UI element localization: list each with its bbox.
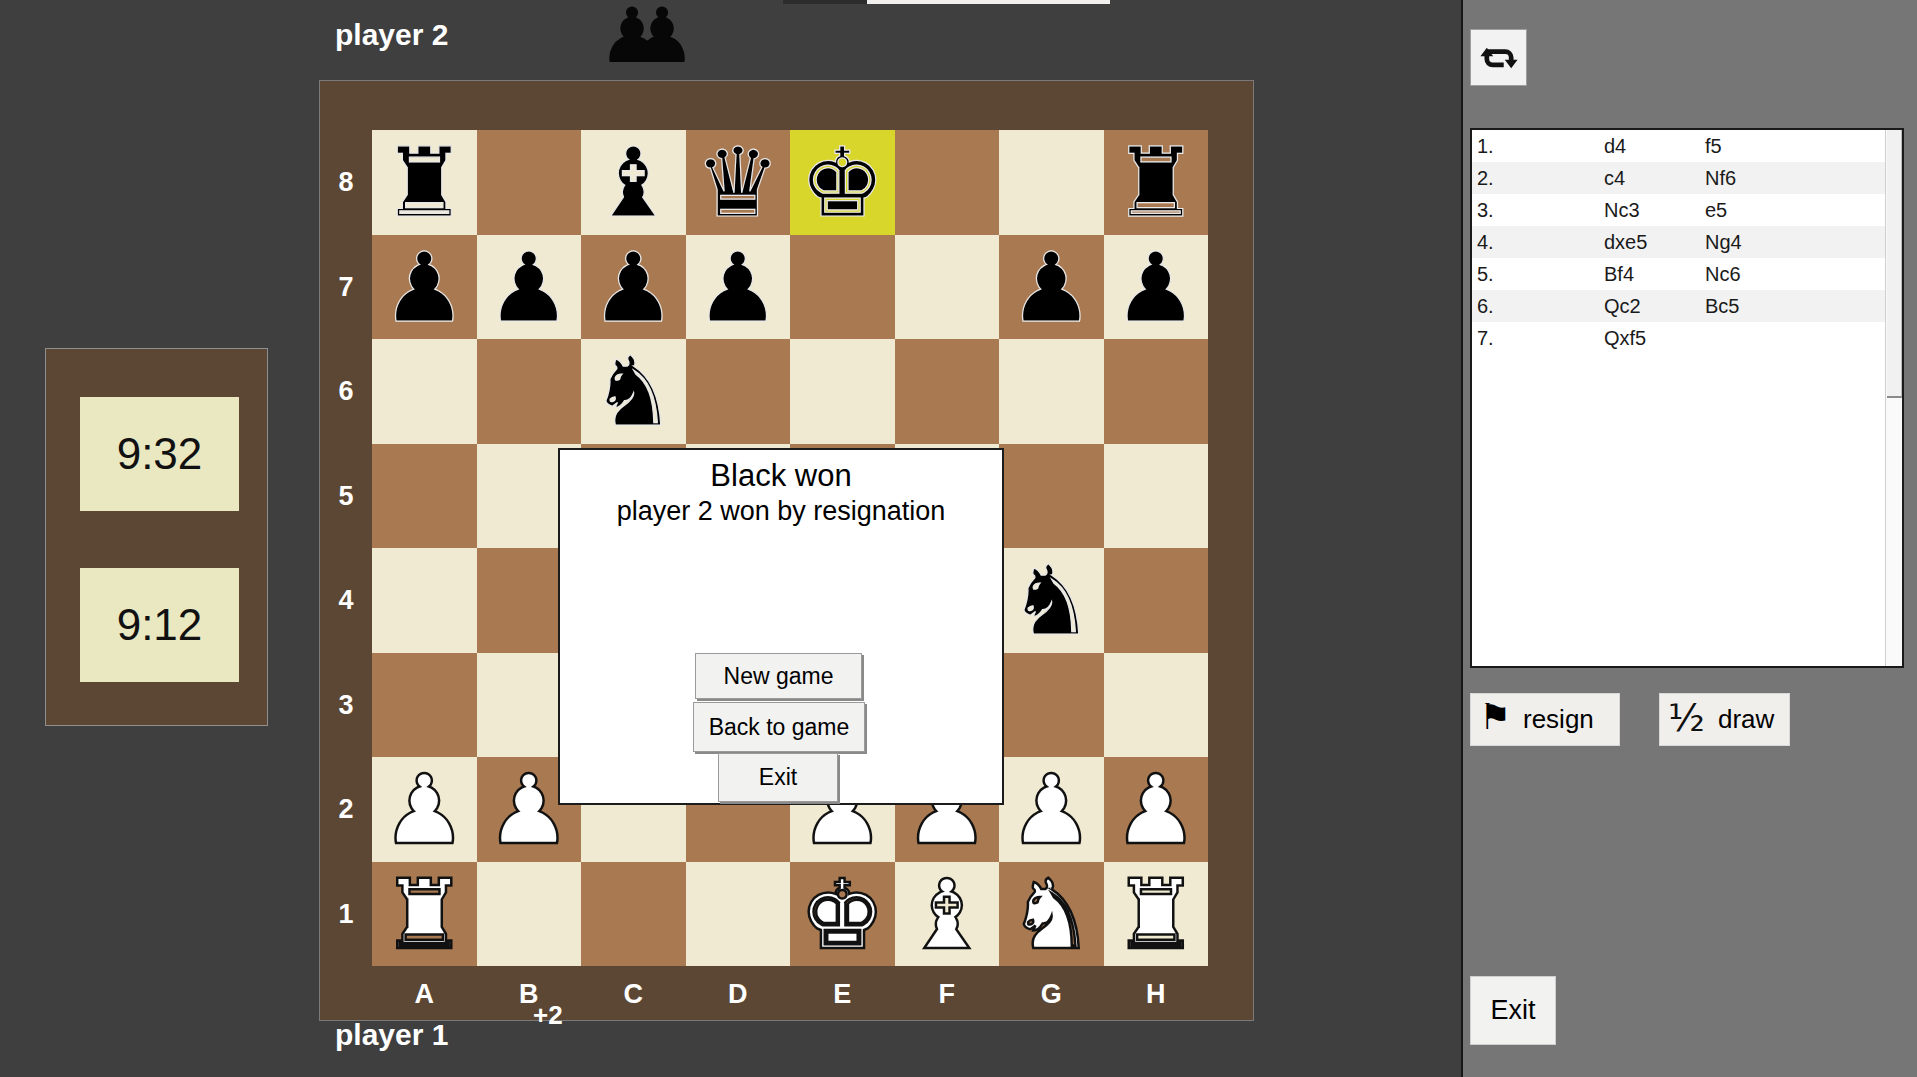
background-window-sliver-light — [867, 0, 1110, 4]
file-label-H: H — [1104, 972, 1209, 1016]
black-pawn-a7: ♟ — [372, 235, 477, 340]
black-rook-a8: ♜ — [372, 130, 477, 235]
square-h7[interactable]: ♟ — [1104, 235, 1209, 340]
square-h6[interactable] — [1104, 339, 1209, 444]
rank-label-4: 4 — [326, 548, 366, 653]
draw-button[interactable]: ½ draw — [1659, 693, 1790, 746]
background-window-sliver-dark — [783, 0, 867, 4]
square-c7[interactable]: ♟ — [581, 235, 686, 340]
white-rook-h1: ♜ — [1104, 862, 1209, 967]
square-h4[interactable] — [1104, 548, 1209, 653]
white-move: Qxf5 — [1604, 322, 1646, 354]
square-e6[interactable] — [790, 339, 895, 444]
square-g7[interactable]: ♟ — [999, 235, 1104, 340]
square-g8[interactable] — [999, 130, 1104, 235]
file-label-D: D — [686, 972, 791, 1016]
square-e7[interactable] — [790, 235, 895, 340]
half-point-icon: ½ — [1668, 696, 1705, 740]
square-a8[interactable]: ♜ — [372, 130, 477, 235]
result-title: Black won — [560, 458, 1002, 494]
rank-label-8: 8 — [326, 130, 366, 235]
black-king-e8: ♚ — [790, 130, 895, 235]
square-h5[interactable] — [1104, 444, 1209, 549]
square-f7[interactable] — [895, 235, 1000, 340]
square-d6[interactable] — [686, 339, 791, 444]
square-b7[interactable]: ♟ — [477, 235, 582, 340]
rank-label-7: 7 — [326, 235, 366, 340]
file-label-C: C — [581, 972, 686, 1016]
square-a4[interactable] — [372, 548, 477, 653]
square-d7[interactable]: ♟ — [686, 235, 791, 340]
square-b8[interactable] — [477, 130, 582, 235]
square-e8[interactable]: ♚ — [790, 130, 895, 235]
move-row-3[interactable]: 3.Nc3e5 — [1472, 194, 1885, 226]
square-c6[interactable]: ♞ — [581, 339, 686, 444]
white-king-e1: ♚ — [790, 862, 895, 967]
game-result-dialog: Black won player 2 won by resignation Ne… — [558, 448, 1004, 805]
result-message: player 2 won by resignation — [560, 496, 1002, 527]
square-h8[interactable]: ♜ — [1104, 130, 1209, 235]
new-game-button[interactable]: New game — [695, 653, 862, 699]
move-list-scrollbar[interactable] — [1885, 130, 1902, 666]
scrollbar-thumb[interactable] — [1887, 130, 1902, 398]
white-knight-g1: ♞ — [999, 862, 1104, 967]
file-label-A: A — [372, 972, 477, 1016]
square-b1[interactable] — [477, 862, 582, 967]
move-number: 6. — [1477, 290, 1494, 322]
file-label-G: G — [999, 972, 1104, 1016]
square-a1[interactable]: ♜ — [372, 862, 477, 967]
rank-label-3: 3 — [326, 653, 366, 758]
move-number: 1. — [1477, 130, 1494, 162]
move-number: 4. — [1477, 226, 1494, 258]
white-pawn-h2: ♟ — [1104, 757, 1209, 862]
square-g2[interactable]: ♟ — [999, 757, 1104, 862]
square-a6[interactable] — [372, 339, 477, 444]
square-a5[interactable] — [372, 444, 477, 549]
move-row-1[interactable]: 1.d4f5 — [1472, 130, 1885, 162]
square-d1[interactable] — [686, 862, 791, 967]
white-move: dxe5 — [1604, 226, 1647, 258]
black-move: f5 — [1705, 130, 1722, 162]
draw-label: draw — [1718, 704, 1774, 735]
move-row-6[interactable]: 6.Qc2Bc5 — [1472, 290, 1885, 322]
clock-panel: 9:32 9:12 — [46, 349, 267, 725]
move-row-7[interactable]: 7.Qxf5 — [1472, 322, 1885, 354]
black-bishop-c8: ♝ — [581, 130, 686, 235]
black-pawn-d7: ♟ — [686, 235, 791, 340]
player-bottom-name: player 1 — [335, 1018, 448, 1052]
white-pawn-g2: ♟ — [999, 757, 1104, 862]
black-knight-c6: ♞ — [581, 339, 686, 444]
square-c1[interactable] — [581, 862, 686, 967]
square-f1[interactable]: ♝ — [895, 862, 1000, 967]
square-e1[interactable]: ♚ — [790, 862, 895, 967]
flag-icon: ⚑ — [1479, 696, 1511, 737]
square-h2[interactable]: ♟ — [1104, 757, 1209, 862]
file-label-F: F — [895, 972, 1000, 1016]
rank-label-5: 5 — [326, 444, 366, 549]
move-number: 2. — [1477, 162, 1494, 194]
black-move: Nc6 — [1705, 258, 1741, 290]
square-b6[interactable] — [477, 339, 582, 444]
square-g1[interactable]: ♞ — [999, 862, 1104, 967]
white-move: Qc2 — [1604, 290, 1641, 322]
square-g4[interactable]: ♞ — [999, 548, 1104, 653]
resign-button[interactable]: ⚑ resign — [1470, 693, 1620, 746]
square-g3[interactable] — [999, 653, 1104, 758]
side-panel: 1.d4f52.c4Nf63.Nc3e54.dxe5Ng45.Bf4Nc66.Q… — [1461, 0, 1917, 1077]
resign-label: resign — [1523, 704, 1594, 735]
square-g6[interactable] — [999, 339, 1104, 444]
move-row-2[interactable]: 2.c4Nf6 — [1472, 162, 1885, 194]
move-row-4[interactable]: 4.dxe5Ng4 — [1472, 226, 1885, 258]
white-rook-a1: ♜ — [372, 862, 477, 967]
move-number: 5. — [1477, 258, 1494, 290]
black-move: e5 — [1705, 194, 1727, 226]
exit-button[interactable]: Exit — [1470, 976, 1556, 1045]
back-to-game-button[interactable]: Back to game — [693, 702, 865, 752]
material-advantage: +2 — [533, 1000, 563, 1031]
black-queen-d8: ♛ — [686, 130, 791, 235]
black-pawn-c7: ♟ — [581, 235, 686, 340]
file-label-E: E — [790, 972, 895, 1016]
square-c8[interactable]: ♝ — [581, 130, 686, 235]
white-bishop-f1: ♝ — [895, 862, 1000, 967]
clock-bottom: 9:12 — [80, 568, 239, 682]
move-row-5[interactable]: 5.Bf4Nc6 — [1472, 258, 1885, 290]
square-g5[interactable] — [999, 444, 1104, 549]
white-move: Bf4 — [1604, 258, 1634, 290]
black-move: Nf6 — [1705, 162, 1736, 194]
clock-top: 9:32 — [80, 397, 239, 511]
flip-board-button[interactable] — [1470, 29, 1527, 86]
black-rook-h8: ♜ — [1104, 130, 1209, 235]
black-move: Ng4 — [1705, 226, 1742, 258]
black-pawn-g7: ♟ — [999, 235, 1104, 340]
file-label-B: B — [477, 972, 582, 1016]
rank-label-1: 1 — [326, 862, 366, 967]
white-pawn-a2: ♟ — [372, 757, 477, 862]
square-a2[interactable]: ♟ — [372, 757, 477, 862]
dialog-exit-button[interactable]: Exit — [718, 753, 838, 802]
move-list: 1.d4f52.c4Nf63.Nc3e54.dxe5Ng45.Bf4Nc66.Q… — [1470, 128, 1904, 668]
move-number: 3. — [1477, 194, 1494, 226]
black-pawn-b7: ♟ — [477, 235, 582, 340]
move-number: 7. — [1477, 322, 1494, 354]
white-move: Nc3 — [1604, 194, 1640, 226]
rank-label-2: 2 — [326, 757, 366, 862]
square-d8[interactable]: ♛ — [686, 130, 791, 235]
two-pawns-icon: ♟ ♟ — [598, 0, 708, 78]
white-move: c4 — [1604, 162, 1625, 194]
white-move: d4 — [1604, 130, 1626, 162]
black-pawn-h7: ♟ — [1104, 235, 1209, 340]
square-a7[interactable]: ♟ — [372, 235, 477, 340]
player-top-name: player 2 — [335, 18, 448, 52]
square-h3[interactable] — [1104, 653, 1209, 758]
square-a3[interactable] — [372, 653, 477, 758]
black-move: Bc5 — [1705, 290, 1739, 322]
black-knight-g4: ♞ — [999, 548, 1104, 653]
square-f8[interactable] — [895, 130, 1000, 235]
chess-app-window: player 2 ♟ ♟ ♜♝♛♚♜♟♟♟♟♟♟♞♝♟♛♟♝♞♞♟♟♟♟♟♟♜♚… — [0, 0, 1917, 1077]
square-h1[interactable]: ♜ — [1104, 862, 1209, 967]
square-f6[interactable] — [895, 339, 1000, 444]
rank-label-6: 6 — [326, 339, 366, 444]
